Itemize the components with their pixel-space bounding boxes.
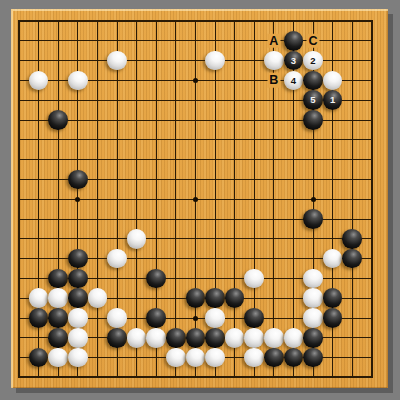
white-stone[interactable] (68, 71, 88, 91)
star-point (193, 197, 198, 202)
black-stone[interactable] (323, 308, 343, 328)
black-stone[interactable] (244, 308, 264, 328)
white-stone[interactable] (244, 328, 264, 348)
white-stone[interactable] (244, 269, 264, 289)
grid-line-horizontal (18, 376, 373, 378)
white-stone[interactable] (68, 308, 88, 328)
white-stone[interactable] (48, 348, 68, 368)
star-point (193, 316, 198, 321)
white-stone[interactable] (303, 269, 323, 289)
black-stone[interactable] (303, 209, 323, 229)
white-stone[interactable] (146, 328, 166, 348)
move-number: 1 (330, 95, 335, 105)
white-stone[interactable] (166, 348, 186, 368)
grid-line-horizontal (18, 238, 373, 239)
star-point (193, 78, 198, 83)
black-stone[interactable] (29, 348, 49, 368)
white-stone[interactable] (186, 348, 206, 368)
grid-line-vertical (234, 20, 235, 378)
move-number: 2 (310, 56, 315, 66)
black-stone[interactable] (342, 229, 362, 249)
star-point (75, 197, 80, 202)
go-board[interactable]: 32451ABC (11, 9, 388, 388)
black-stone[interactable]: 5 (303, 90, 323, 110)
black-stone[interactable] (284, 348, 304, 368)
black-stone[interactable] (48, 110, 68, 130)
black-stone[interactable] (68, 170, 88, 190)
white-stone[interactable] (107, 51, 127, 71)
black-stone[interactable] (48, 269, 68, 289)
white-stone[interactable] (323, 249, 343, 269)
white-stone[interactable]: 2 (303, 51, 323, 71)
white-stone[interactable] (205, 51, 225, 71)
window-background: 32451ABC (0, 0, 400, 400)
black-stone[interactable]: 3 (284, 51, 304, 71)
grid-line-vertical (352, 20, 353, 378)
black-stone[interactable] (323, 288, 343, 308)
star-point (311, 197, 316, 202)
black-stone[interactable] (48, 328, 68, 348)
black-stone[interactable]: 1 (323, 90, 343, 110)
grid-line-vertical (371, 20, 373, 378)
black-stone[interactable] (342, 249, 362, 269)
white-stone[interactable] (244, 348, 264, 368)
white-stone[interactable] (127, 229, 147, 249)
black-stone[interactable] (303, 71, 323, 91)
white-stone[interactable] (225, 328, 245, 348)
white-stone[interactable] (68, 348, 88, 368)
white-stone[interactable] (48, 288, 68, 308)
letter-label: C (306, 34, 319, 49)
white-stone[interactable] (127, 328, 147, 348)
white-stone[interactable] (68, 328, 88, 348)
black-stone[interactable] (29, 308, 49, 328)
white-stone[interactable] (29, 288, 49, 308)
black-stone[interactable] (68, 249, 88, 269)
white-stone[interactable] (29, 71, 49, 91)
move-number: 5 (310, 95, 315, 105)
white-stone[interactable] (88, 288, 108, 308)
white-stone[interactable] (264, 51, 284, 71)
white-stone[interactable] (264, 328, 284, 348)
move-number: 3 (291, 56, 296, 66)
black-stone[interactable] (186, 288, 206, 308)
black-stone[interactable] (303, 110, 323, 130)
black-stone[interactable] (48, 308, 68, 328)
white-stone[interactable]: 4 (284, 71, 304, 91)
white-stone[interactable] (284, 328, 304, 348)
black-stone[interactable] (264, 348, 284, 368)
letter-label: A (267, 34, 280, 49)
black-stone[interactable] (205, 288, 225, 308)
white-stone[interactable] (107, 308, 127, 328)
move-number: 4 (291, 76, 296, 86)
letter-label: B (267, 73, 280, 88)
black-stone[interactable] (225, 288, 245, 308)
white-stone[interactable] (303, 288, 323, 308)
black-stone[interactable] (284, 31, 304, 51)
black-stone[interactable] (303, 348, 323, 368)
black-stone[interactable] (303, 328, 323, 348)
white-stone[interactable] (323, 71, 343, 91)
black-stone[interactable] (166, 328, 186, 348)
black-stone[interactable] (68, 288, 88, 308)
black-stone[interactable] (146, 269, 166, 289)
black-stone[interactable] (68, 269, 88, 289)
black-stone[interactable] (205, 328, 225, 348)
white-stone[interactable] (205, 308, 225, 328)
black-stone[interactable] (186, 328, 206, 348)
black-stone[interactable] (107, 328, 127, 348)
black-stone[interactable] (146, 308, 166, 328)
white-stone[interactable] (303, 308, 323, 328)
white-stone[interactable] (205, 348, 225, 368)
white-stone[interactable] (107, 249, 127, 269)
